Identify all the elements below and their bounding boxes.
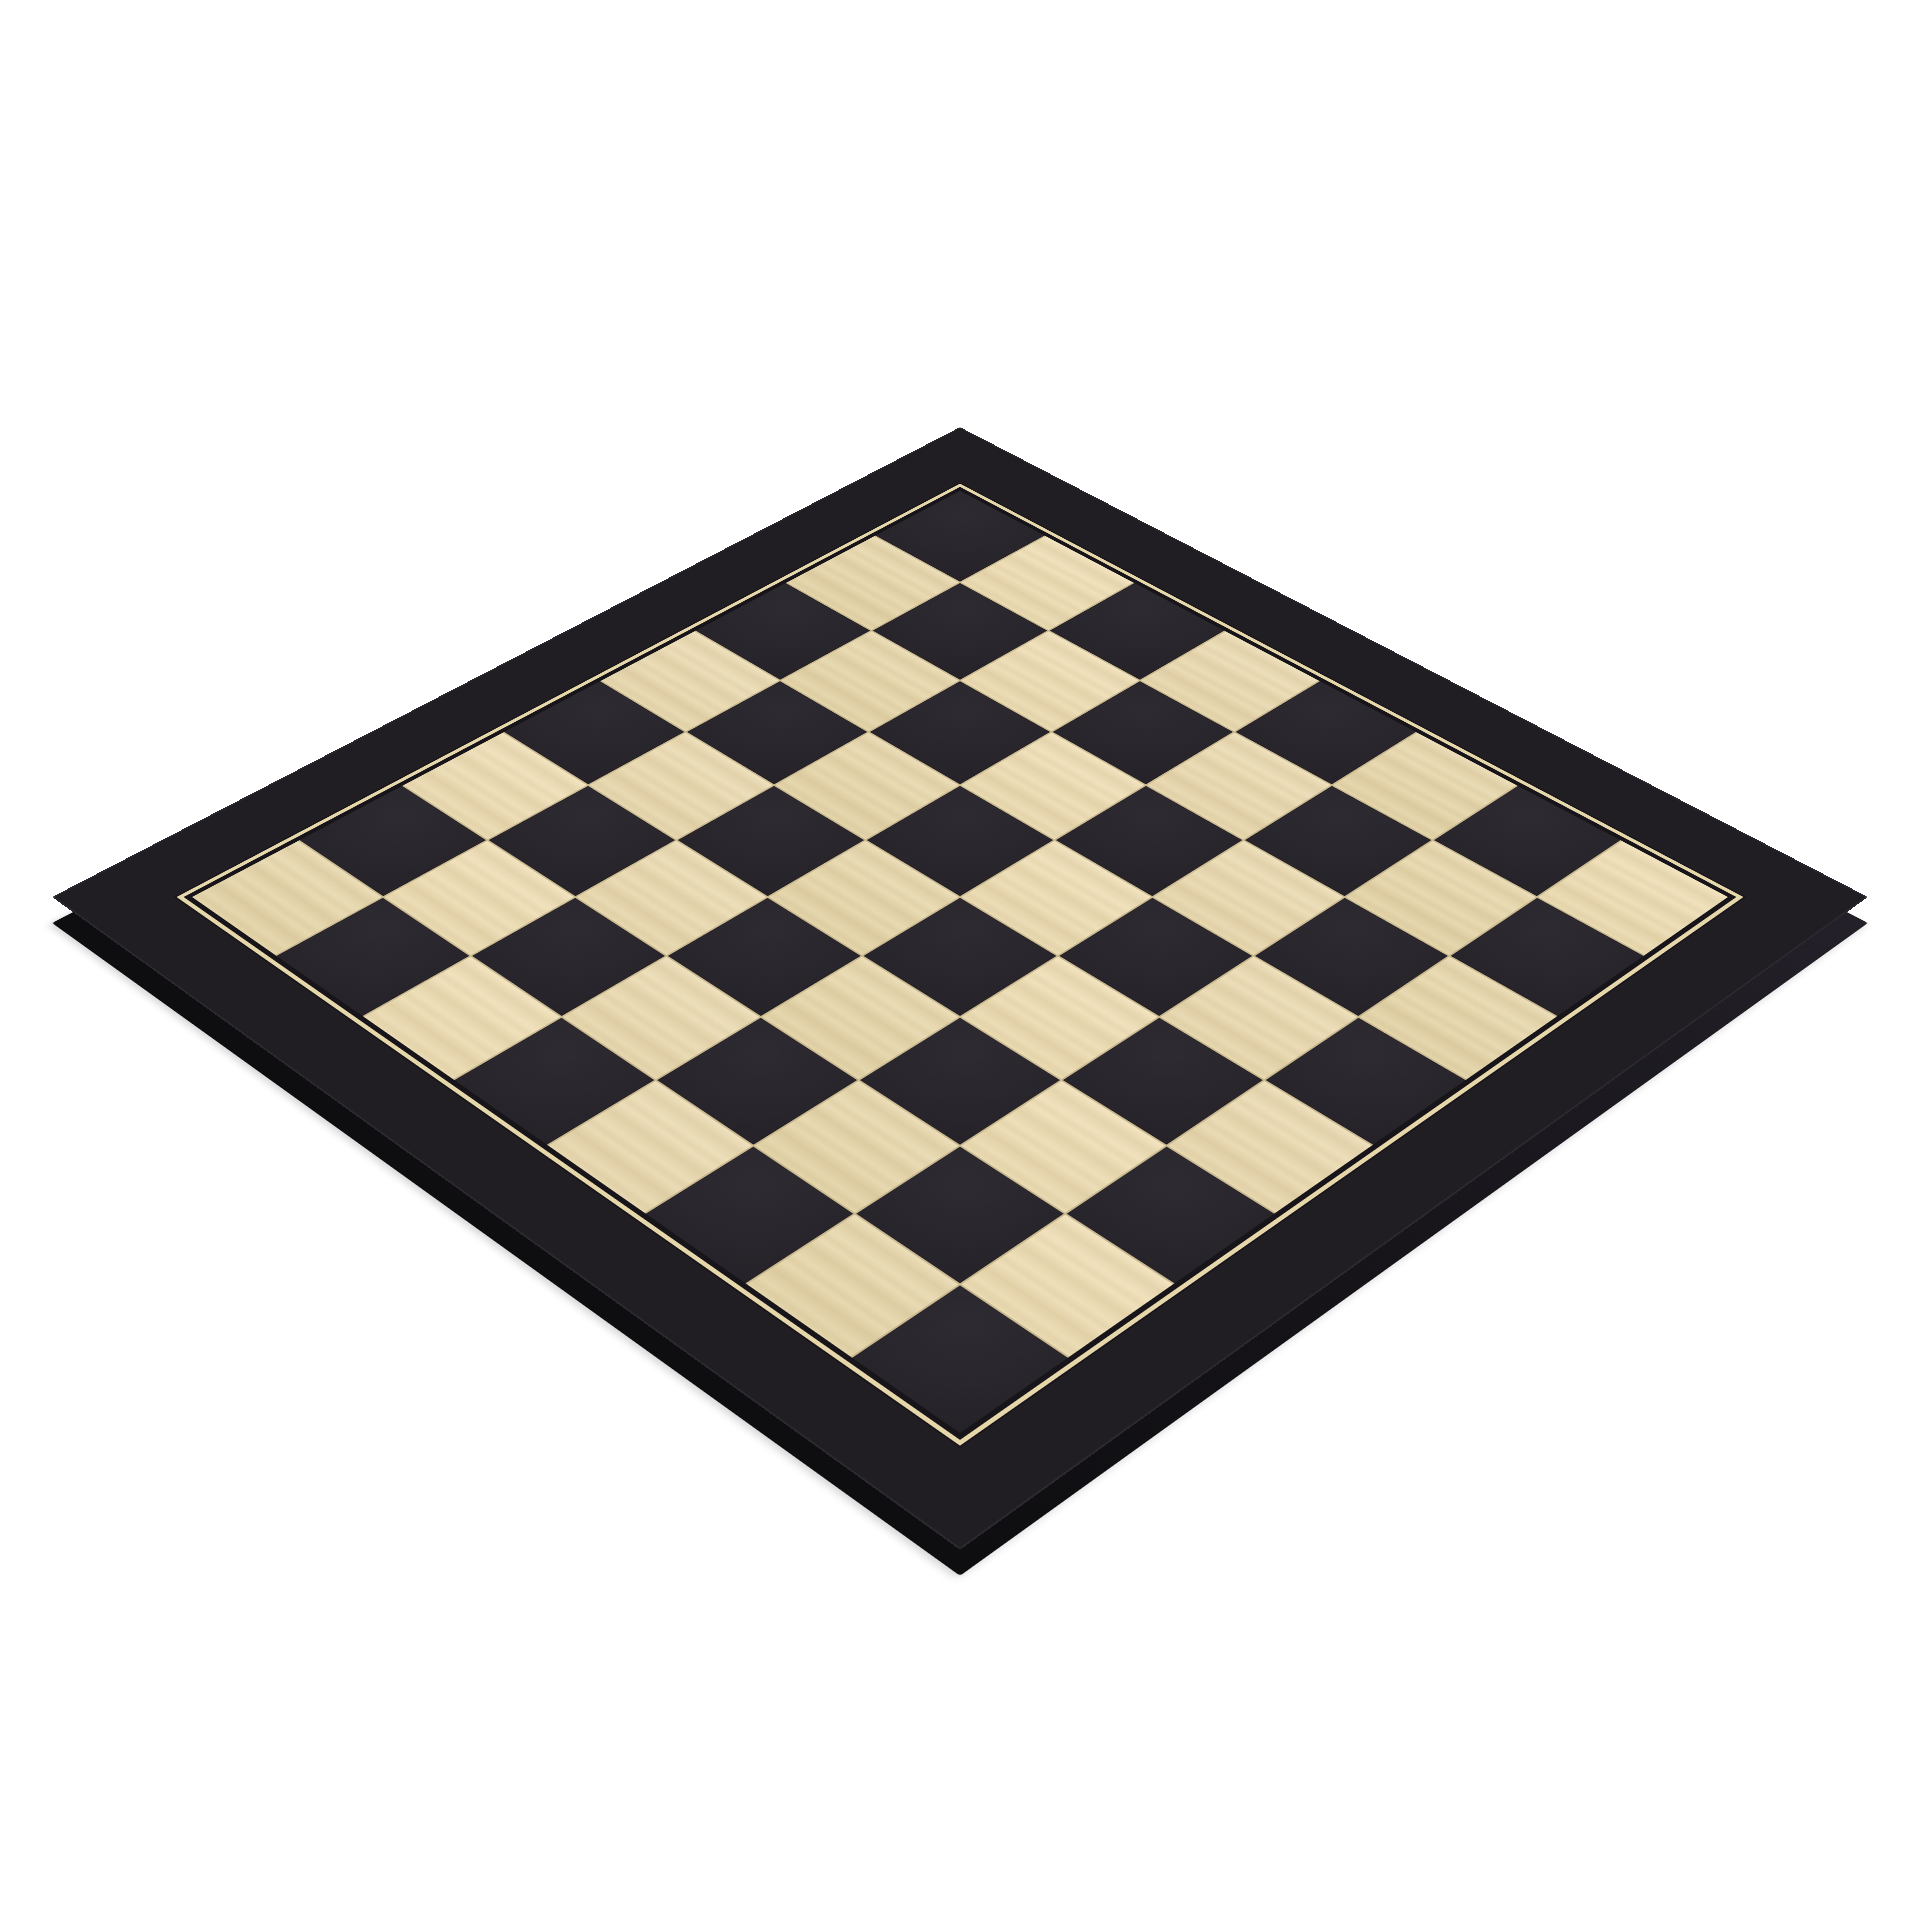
chess-board [318, 255, 1602, 1539]
playing-field [192, 491, 1728, 1433]
product-photo-background [0, 0, 1920, 1920]
board-frame [52, 427, 1868, 1550]
